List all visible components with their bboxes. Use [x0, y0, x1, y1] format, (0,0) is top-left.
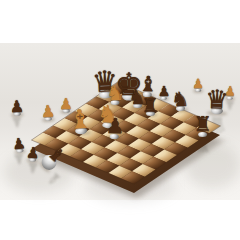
pawn-glyph: ♟	[192, 78, 204, 90]
pawn-glyph: ♟	[26, 145, 41, 160]
piece-dark-pawn-d8: ♟	[158, 85, 171, 98]
pawn-glyph: ♟	[105, 117, 125, 138]
piece-dark-pawn: ♟	[26, 145, 41, 160]
rook-glyph: ♜	[194, 115, 213, 135]
pawn-glyph: ♟	[158, 85, 171, 98]
pawn-glyph: ♟	[9, 98, 24, 114]
queen-glyph: ♛	[205, 87, 229, 112]
knight-glyph: ♞	[171, 90, 190, 110]
piece-dark-rook: ♜	[194, 115, 213, 135]
piece-dark-pawn: ♟	[9, 98, 24, 114]
piece-light-bishop-b3: ♝	[68, 107, 93, 133]
piece-dark-rook-d7: ♜	[141, 96, 158, 114]
bishop-glyph: ♝	[68, 107, 93, 133]
piece-dark-pawn: ♟	[12, 136, 27, 152]
piece-dark-knight-e8: ♞	[171, 90, 190, 110]
pawn-glyph: ♟	[40, 103, 55, 119]
piece-light-pawn: ♟	[192, 78, 204, 90]
piece-dark-pawn-d4: ♟	[105, 117, 125, 138]
chess-product-photo: ♟♝♛♟♟♟♚♞♞♞♟♛♛♜♟♟♟♞♝♜♜♟♟♟♟♟♝♝	[0, 0, 240, 240]
piece-dark-queen: ♛	[205, 87, 229, 112]
pawn-glyph: ♟	[12, 136, 27, 152]
piece-light-pawn-a2: ♟	[40, 103, 55, 119]
rook-glyph: ♜	[141, 96, 158, 114]
